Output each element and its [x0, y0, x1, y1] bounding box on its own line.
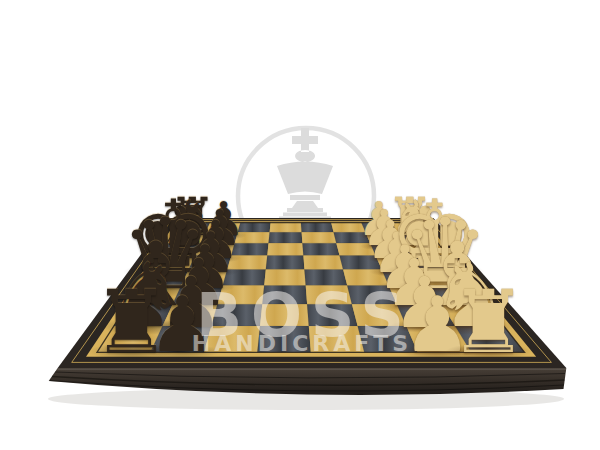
piece-white-rook-a1: ♜ — [423, 279, 553, 366]
product-photo: ♜♟♟♜♞♟♟♞♝♟♟♝♚♟♟♚♛♟♟♛♝♟♟♝♞♟♟♞♜♟♟♜ BOSS HA… — [0, 0, 600, 450]
piece-black-pawn-a7: ♟ — [125, 287, 240, 364]
chess-pieces-layer: ♜♟♟♜♞♟♟♞♝♟♟♝♚♟♟♚♛♟♟♛♝♟♟♝♞♟♟♞♜♟♟♜ — [0, 0, 600, 450]
